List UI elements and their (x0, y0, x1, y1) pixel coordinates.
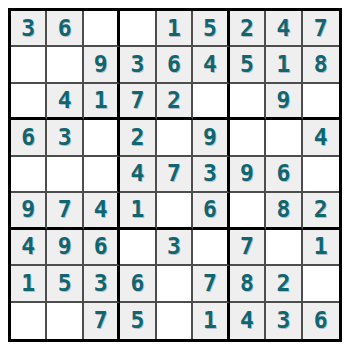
cell-r1c6[interactable]: 5 (193, 11, 229, 47)
cell-r7c9[interactable]: 1 (303, 230, 339, 266)
cell-r2c3[interactable]: 9 (84, 47, 120, 83)
cell-r1c8[interactable]: 4 (266, 11, 302, 47)
cell-r9c1[interactable] (11, 303, 47, 339)
cell-r6c1[interactable]: 9 (11, 193, 47, 229)
cell-r2c1[interactable] (11, 47, 47, 83)
cell-r9c2[interactable] (47, 303, 83, 339)
cell-r9c9[interactable]: 6 (303, 303, 339, 339)
cell-r1c5[interactable]: 1 (157, 11, 193, 47)
cell-r7c5[interactable]: 3 (157, 230, 193, 266)
cell-r4c1[interactable]: 6 (11, 120, 47, 156)
cell-r5c3[interactable] (84, 157, 120, 193)
cell-r1c9[interactable]: 7 (303, 11, 339, 47)
cell-r5c7[interactable]: 9 (230, 157, 266, 193)
cell-r3c9[interactable] (303, 84, 339, 120)
cell-r5c6[interactable]: 3 (193, 157, 229, 193)
cell-r9c8[interactable]: 3 (266, 303, 302, 339)
cell-r4c9[interactable]: 4 (303, 120, 339, 156)
cell-r5c9[interactable] (303, 157, 339, 193)
cell-r7c8[interactable] (266, 230, 302, 266)
cell-r6c4[interactable]: 1 (120, 193, 156, 229)
cell-r4c3[interactable] (84, 120, 120, 156)
cell-r7c6[interactable] (193, 230, 229, 266)
cell-r3c1[interactable] (11, 84, 47, 120)
cell-r6c6[interactable]: 6 (193, 193, 229, 229)
cell-r9c5[interactable] (157, 303, 193, 339)
cell-r4c4[interactable]: 2 (120, 120, 156, 156)
cell-r5c2[interactable] (47, 157, 83, 193)
cell-r3c8[interactable]: 9 (266, 84, 302, 120)
cell-r1c1[interactable]: 3 (11, 11, 47, 47)
sudoku-board: 3615247936451841729632944739697416824963… (8, 8, 342, 342)
cell-r3c5[interactable]: 2 (157, 84, 193, 120)
cell-r8c7[interactable]: 8 (230, 266, 266, 302)
cell-r8c1[interactable]: 1 (11, 266, 47, 302)
cell-r9c4[interactable]: 5 (120, 303, 156, 339)
cell-r1c7[interactable]: 2 (230, 11, 266, 47)
cell-r2c9[interactable]: 8 (303, 47, 339, 83)
cell-r4c8[interactable] (266, 120, 302, 156)
cell-r8c8[interactable]: 2 (266, 266, 302, 302)
cell-r6c5[interactable] (157, 193, 193, 229)
cell-r1c2[interactable]: 6 (47, 11, 83, 47)
cell-r6c3[interactable]: 4 (84, 193, 120, 229)
cell-r9c6[interactable]: 1 (193, 303, 229, 339)
cell-r2c4[interactable]: 3 (120, 47, 156, 83)
cell-r7c4[interactable] (120, 230, 156, 266)
cell-r6c2[interactable]: 7 (47, 193, 83, 229)
cell-r8c2[interactable]: 5 (47, 266, 83, 302)
cell-r3c6[interactable] (193, 84, 229, 120)
cell-r4c5[interactable] (157, 120, 193, 156)
cell-r5c8[interactable]: 6 (266, 157, 302, 193)
cell-r1c4[interactable] (120, 11, 156, 47)
cell-r8c9[interactable] (303, 266, 339, 302)
cell-r3c7[interactable] (230, 84, 266, 120)
cell-r9c3[interactable]: 7 (84, 303, 120, 339)
cell-r5c5[interactable]: 7 (157, 157, 193, 193)
cell-r6c9[interactable]: 2 (303, 193, 339, 229)
cell-r7c1[interactable]: 4 (11, 230, 47, 266)
cell-r3c2[interactable]: 4 (47, 84, 83, 120)
cell-r7c2[interactable]: 9 (47, 230, 83, 266)
cell-r7c3[interactable]: 6 (84, 230, 120, 266)
cell-r6c7[interactable] (230, 193, 266, 229)
cell-r2c8[interactable]: 1 (266, 47, 302, 83)
cell-r5c4[interactable]: 4 (120, 157, 156, 193)
cell-r1c3[interactable] (84, 11, 120, 47)
cell-r8c5[interactable] (157, 266, 193, 302)
cell-r2c7[interactable]: 5 (230, 47, 266, 83)
cell-r3c3[interactable]: 1 (84, 84, 120, 120)
cell-r4c2[interactable]: 3 (47, 120, 83, 156)
cell-r2c5[interactable]: 6 (157, 47, 193, 83)
cell-r5c1[interactable] (11, 157, 47, 193)
cell-r8c6[interactable]: 7 (193, 266, 229, 302)
cell-r4c6[interactable]: 9 (193, 120, 229, 156)
cell-r2c2[interactable] (47, 47, 83, 83)
cell-r3c4[interactable]: 7 (120, 84, 156, 120)
cell-r9c7[interactable]: 4 (230, 303, 266, 339)
cell-r7c7[interactable]: 7 (230, 230, 266, 266)
cell-r2c6[interactable]: 4 (193, 47, 229, 83)
cell-r8c3[interactable]: 3 (84, 266, 120, 302)
cell-r8c4[interactable]: 6 (120, 266, 156, 302)
cell-r6c8[interactable]: 8 (266, 193, 302, 229)
cell-r4c7[interactable] (230, 120, 266, 156)
